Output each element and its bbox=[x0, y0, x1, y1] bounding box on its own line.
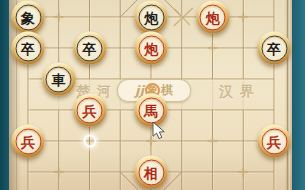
red-cannon-piece[interactable]: 炮 bbox=[196, 1, 229, 34]
piece-face: 卒 bbox=[77, 35, 103, 61]
piece-glyph: 卒 bbox=[83, 42, 97, 56]
piece-glyph: 馬 bbox=[144, 104, 158, 118]
logo-qi-text: 棋 bbox=[161, 82, 173, 99]
piece-face: 炮 bbox=[200, 4, 226, 30]
right-teal-border bbox=[292, 0, 305, 190]
piece-glyph: 炮 bbox=[144, 11, 158, 25]
piece-glyph: 相 bbox=[144, 166, 158, 180]
red-elephant-piece[interactable]: 相 bbox=[135, 156, 168, 189]
river-label-right: 汉界 bbox=[219, 83, 261, 101]
piece-face: 卒 bbox=[261, 35, 287, 61]
piece-face: 兵 bbox=[15, 128, 41, 154]
mouse-cursor-icon bbox=[152, 121, 166, 141]
piece-glyph: 兵 bbox=[267, 135, 281, 149]
piece-face: 炮 bbox=[138, 4, 164, 30]
piece-glyph: 兵 bbox=[21, 135, 35, 149]
move-origin-marker bbox=[83, 135, 96, 148]
black-soldier-piece[interactable]: 卒 bbox=[73, 32, 106, 65]
piece-face: 兵 bbox=[77, 97, 103, 123]
black-soldier-piece[interactable]: 卒 bbox=[12, 32, 45, 65]
black-cannon-piece[interactable]: 炮 bbox=[135, 1, 168, 34]
piece-glyph: 車 bbox=[52, 73, 66, 87]
red-cannon-piece[interactable]: 炮 bbox=[135, 32, 168, 65]
piece-face: 象 bbox=[15, 4, 41, 30]
piece-face: 馬 bbox=[138, 97, 164, 123]
piece-face: 兵 bbox=[261, 128, 287, 154]
piece-face: 車 bbox=[46, 66, 72, 92]
piece-face: 炮 bbox=[138, 35, 164, 61]
piece-glyph: 象 bbox=[21, 11, 35, 25]
piece-glyph: 炮 bbox=[206, 11, 220, 25]
left-teal-border bbox=[0, 0, 9, 190]
black-elephant-piece[interactable]: 象 bbox=[12, 1, 45, 34]
black-soldier-piece[interactable]: 卒 bbox=[258, 32, 291, 65]
piece-face: 相 bbox=[138, 159, 164, 185]
black-chariot-piece[interactable]: 車 bbox=[42, 63, 75, 96]
piece-face: 卒 bbox=[15, 35, 41, 61]
red-soldier-piece[interactable]: 兵 bbox=[73, 94, 106, 127]
piece-glyph: 炮 bbox=[144, 42, 158, 56]
red-soldier-piece[interactable]: 兵 bbox=[12, 125, 45, 158]
xiangqi-board[interactable]: 楚河 汉界 jj 象 棋 象炮炮卒卒炮卒車兵馬兵兵相 bbox=[0, 0, 305, 190]
piece-glyph: 兵 bbox=[83, 104, 97, 118]
red-soldier-piece[interactable]: 兵 bbox=[258, 125, 291, 158]
piece-glyph: 卒 bbox=[267, 42, 281, 56]
piece-glyph: 卒 bbox=[21, 42, 35, 56]
